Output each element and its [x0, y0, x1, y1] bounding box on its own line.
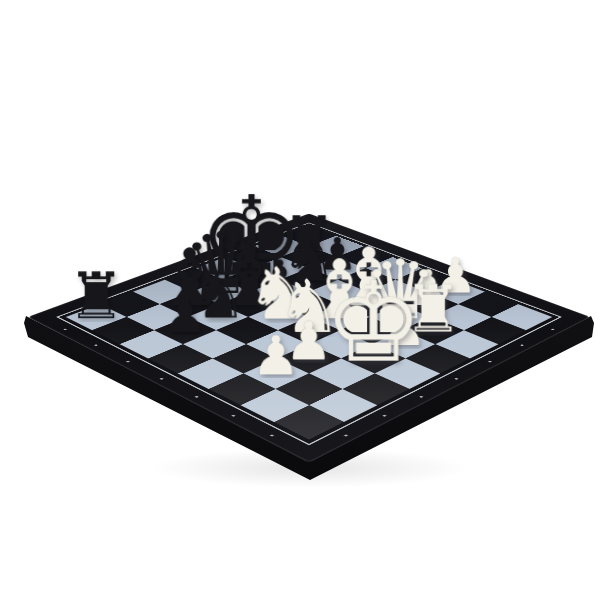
rivet-dot: [419, 396, 424, 398]
rivet-dot: [344, 434, 349, 436]
rivet-dot: [520, 344, 524, 346]
product-photo-stage: ♟♜♟♟♞♝♛♜♚♟♝♟♛♝♞♞♚♝♞♟♟♟♜: [0, 0, 600, 600]
rivet-dot: [454, 378, 459, 380]
rivet-dot: [63, 328, 67, 330]
rivet-dot: [126, 361, 131, 363]
rivet-dot: [231, 415, 236, 417]
rivet-dot: [94, 344, 98, 346]
board-grid: ♟♜♟♟♞♝♛♜♚♟♝♟♛♝♞♞♚♝♞♟♟♟♜: [66, 226, 552, 440]
rivet-dot: [382, 415, 387, 417]
rivet-dot: [269, 434, 274, 436]
rivet-dot: [159, 378, 164, 380]
perspective-wrapper: ♟♜♟♟♞♝♛♜♚♟♝♟♛♝♞♞♚♝♞♟♟♟♜: [0, 0, 600, 600]
chessboard: ♟♜♟♟♞♝♛♜♚♟♝♟♛♝♞♞♚♝♞♟♟♟♜: [28, 213, 591, 462]
rivet-dot: [194, 396, 199, 398]
rivet-dot: [488, 361, 493, 363]
square-h1[interactable]: [274, 405, 344, 439]
rivet-dot: [551, 328, 555, 330]
